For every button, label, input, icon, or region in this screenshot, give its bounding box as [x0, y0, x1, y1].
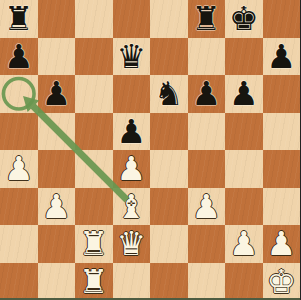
square-g3[interactable] [225, 188, 263, 226]
square-e7[interactable] [150, 38, 188, 76]
white-rook[interactable]: ♜ [79, 265, 109, 298]
square-f8[interactable]: ♜ [188, 0, 226, 38]
square-a2[interactable] [0, 225, 38, 263]
square-g1[interactable] [225, 263, 263, 300]
white-rook[interactable]: ♜ [79, 227, 109, 260]
square-b5[interactable] [38, 113, 76, 151]
square-b2[interactable] [38, 225, 76, 263]
white-pawn[interactable]: ♟ [116, 152, 146, 185]
square-d3[interactable]: ♝ [113, 188, 151, 226]
square-e1[interactable] [150, 263, 188, 300]
square-a8[interactable]: ♜ [0, 0, 38, 38]
square-e5[interactable] [150, 113, 188, 151]
black-king[interactable]: ♚ [229, 2, 259, 35]
square-a4[interactable]: ♟ [0, 150, 38, 188]
square-g8[interactable]: ♚ [225, 0, 263, 38]
square-h3[interactable] [263, 188, 301, 226]
white-pawn[interactable]: ♟ [229, 227, 259, 260]
square-e6[interactable]: ♞ [150, 75, 188, 113]
white-queen[interactable]: ♛ [116, 227, 146, 260]
white-pawn[interactable]: ♟ [266, 227, 296, 260]
square-e8[interactable] [150, 0, 188, 38]
square-f4[interactable] [188, 150, 226, 188]
square-e2[interactable] [150, 225, 188, 263]
square-h5[interactable] [263, 113, 301, 151]
square-g4[interactable] [225, 150, 263, 188]
square-b8[interactable] [38, 0, 76, 38]
square-b7[interactable] [38, 38, 76, 76]
square-d2[interactable]: ♛ [113, 225, 151, 263]
square-d8[interactable] [113, 0, 151, 38]
black-rook[interactable]: ♜ [191, 2, 221, 35]
square-h4[interactable] [263, 150, 301, 188]
square-g7[interactable] [225, 38, 263, 76]
square-g5[interactable] [225, 113, 263, 151]
square-a5[interactable] [0, 113, 38, 151]
white-king[interactable]: ♚ [266, 265, 296, 298]
white-bishop[interactable]: ♝ [116, 190, 146, 223]
square-a1[interactable] [0, 263, 38, 300]
black-pawn[interactable]: ♟ [229, 77, 259, 110]
square-d7[interactable]: ♛ [113, 38, 151, 76]
square-f1[interactable] [188, 263, 226, 300]
square-c8[interactable] [75, 0, 113, 38]
square-h7[interactable]: ♟ [263, 38, 301, 76]
square-h8[interactable] [263, 0, 301, 38]
square-c5[interactable] [75, 113, 113, 151]
square-f3[interactable]: ♟ [188, 188, 226, 226]
square-c6[interactable] [75, 75, 113, 113]
square-a7[interactable]: ♟ [0, 38, 38, 76]
square-c4[interactable] [75, 150, 113, 188]
square-b3[interactable]: ♟ [38, 188, 76, 226]
square-f7[interactable] [188, 38, 226, 76]
square-c1[interactable]: ♜ [75, 263, 113, 300]
square-e3[interactable] [150, 188, 188, 226]
black-pawn[interactable]: ♟ [266, 40, 296, 73]
square-d4[interactable]: ♟ [113, 150, 151, 188]
black-pawn[interactable]: ♟ [41, 77, 71, 110]
square-c7[interactable] [75, 38, 113, 76]
square-h2[interactable]: ♟ [263, 225, 301, 263]
black-rook[interactable]: ♜ [4, 2, 34, 35]
black-pawn[interactable]: ♟ [191, 77, 221, 110]
square-f2[interactable] [188, 225, 226, 263]
chess-board-container: ♜♜♚♟♛♟♟♞♟♟♟♟♟♟♝♟♜♛♟♟♜♚ [0, 0, 300, 300]
square-d6[interactable] [113, 75, 151, 113]
black-knight[interactable]: ♞ [154, 77, 184, 110]
square-f5[interactable] [188, 113, 226, 151]
square-c2[interactable]: ♜ [75, 225, 113, 263]
square-b6[interactable]: ♟ [38, 75, 76, 113]
square-h1[interactable]: ♚ [263, 263, 301, 300]
square-e4[interactable] [150, 150, 188, 188]
square-d5[interactable]: ♟ [113, 113, 151, 151]
white-pawn[interactable]: ♟ [41, 190, 71, 223]
black-pawn[interactable]: ♟ [116, 115, 146, 148]
square-g2[interactable]: ♟ [225, 225, 263, 263]
square-a3[interactable] [0, 188, 38, 226]
square-b4[interactable] [38, 150, 76, 188]
white-pawn[interactable]: ♟ [191, 190, 221, 223]
square-d1[interactable] [113, 263, 151, 300]
chess-board[interactable]: ♜♜♚♟♛♟♟♞♟♟♟♟♟♟♝♟♜♛♟♟♜♚ [0, 0, 300, 300]
black-pawn[interactable]: ♟ [4, 40, 34, 73]
white-pawn[interactable]: ♟ [4, 152, 34, 185]
square-f6[interactable]: ♟ [188, 75, 226, 113]
square-h6[interactable] [263, 75, 301, 113]
square-g6[interactable]: ♟ [225, 75, 263, 113]
black-queen[interactable]: ♛ [116, 40, 146, 73]
square-b1[interactable] [38, 263, 76, 300]
square-a6[interactable] [0, 75, 38, 113]
square-c3[interactable] [75, 188, 113, 226]
